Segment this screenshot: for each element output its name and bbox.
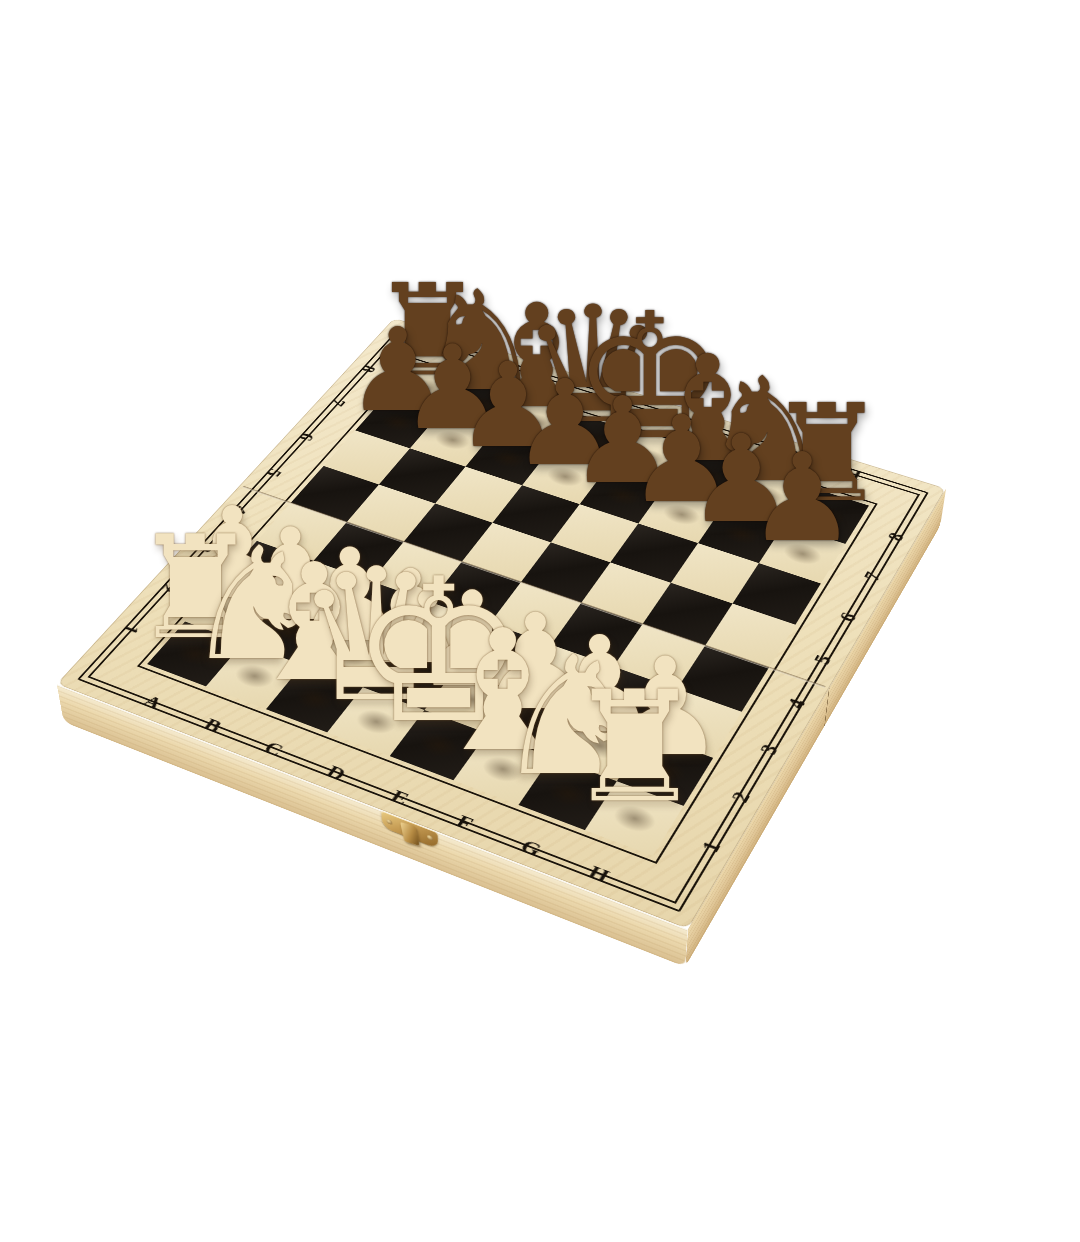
file-labels-near: ABCDEFGH — [114, 680, 641, 900]
piece-shadow — [770, 534, 834, 574]
piece-shadow — [533, 458, 596, 495]
rank-label-1: 1 — [93, 609, 169, 651]
piece-shadow — [421, 422, 483, 458]
piece-shadow — [367, 405, 429, 440]
square-f2 — [487, 688, 583, 757]
piece-shadow — [598, 793, 671, 843]
square-d1 — [327, 687, 424, 756]
square-a1 — [147, 621, 243, 686]
rank-label-7: 7 — [304, 386, 372, 420]
piece-shadow — [160, 632, 230, 675]
rank-label-8: 8 — [858, 518, 931, 556]
piece-shadow — [341, 698, 412, 744]
rank-label-8: 8 — [335, 353, 402, 385]
square-g2 — [551, 711, 647, 781]
fold-seam-side — [824, 687, 829, 726]
piece-shadow — [676, 459, 739, 496]
piece-shadow — [397, 371, 458, 405]
piece-shadow — [477, 440, 540, 476]
piece-shadow — [451, 388, 512, 422]
square-a2 — [185, 580, 279, 643]
square-g1 — [518, 757, 616, 830]
piece-shadow — [795, 496, 858, 534]
piece-shadow — [256, 612, 325, 655]
square-g3 — [583, 667, 677, 735]
piece-shadow — [532, 769, 604, 818]
square-h4 — [677, 645, 769, 711]
piece-shadow — [315, 633, 384, 676]
piece-shadow — [437, 677, 507, 722]
square-f3 — [520, 645, 614, 711]
square-g5 — [643, 583, 733, 646]
square-c2 — [302, 622, 397, 687]
square-h1 — [585, 781, 684, 856]
piece-shadow — [219, 654, 289, 698]
piece-shadow — [562, 423, 624, 459]
square-c3 — [337, 581, 430, 644]
square-f4 — [551, 603, 643, 667]
piece-shadow — [506, 405, 567, 440]
square-b2 — [243, 601, 337, 665]
piece-shadow — [650, 495, 714, 533]
square-h5 — [705, 604, 795, 668]
square-d2 — [363, 644, 458, 710]
piece-shadow — [619, 441, 681, 477]
piece-shadow — [403, 721, 474, 768]
square-g4 — [613, 624, 705, 689]
square-d3 — [397, 602, 490, 666]
rank-label-7: 7 — [834, 556, 908, 596]
square-e3 — [458, 623, 551, 688]
piece-shadow — [629, 746, 700, 794]
square-h3 — [647, 689, 741, 758]
square-e2 — [424, 666, 519, 734]
chess-board: ABCDEFGH ABCDEFGH 87654321 87654321 — [57, 318, 946, 929]
square-h2 — [617, 734, 713, 806]
piece-shadow — [198, 591, 266, 633]
piece-shadow — [709, 514, 773, 553]
piece-shadow — [591, 476, 654, 513]
piece-shadow — [735, 477, 798, 515]
square-e1 — [390, 710, 488, 780]
square-f1 — [453, 733, 551, 805]
square-c1 — [266, 665, 363, 732]
square-e4 — [490, 582, 581, 645]
product-photo-scene: ABCDEFGH ABCDEFGH 87654321 87654321 ♜♞♝♛… — [0, 0, 1080, 1242]
board-surface: ABCDEFGH ABCDEFGH 87654321 87654321 — [57, 318, 946, 929]
rank-label-2: 2 — [132, 568, 206, 608]
piece-shadow — [467, 745, 539, 793]
piece-shadow — [564, 722, 635, 769]
piece-shadow — [376, 655, 446, 699]
square-b1 — [206, 643, 302, 709]
piece-shadow — [500, 699, 570, 745]
piece-shadow — [279, 676, 350, 721]
